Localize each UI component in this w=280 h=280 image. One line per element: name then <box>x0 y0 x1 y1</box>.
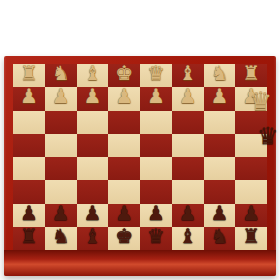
black-pawn[interactable]: ♟ <box>108 200 140 223</box>
white-pawn[interactable]: ♟ <box>140 83 172 106</box>
black-rook[interactable]: ♜ <box>13 223 45 246</box>
square-h4[interactable] <box>13 134 45 157</box>
black-queen[interactable]: ♛ <box>140 223 172 246</box>
black-bishop[interactable]: ♝ <box>77 223 109 246</box>
board-front-rail <box>4 250 276 276</box>
square-c3[interactable] <box>172 111 204 134</box>
square-b8[interactable]: ♞ <box>204 227 236 250</box>
square-e4[interactable] <box>108 134 140 157</box>
square-h5[interactable] <box>13 157 45 180</box>
square-d2[interactable]: ♟ <box>140 87 172 110</box>
square-a5[interactable] <box>235 157 267 180</box>
white-pawn[interactable]: ♟ <box>172 83 204 106</box>
square-h3[interactable] <box>13 111 45 134</box>
board-squares-grid: ♜♞♝♚♛♝♞♜♟♟♟♟♟♟♟♟♟♟♟♟♟♟♟♟♜♞♝♚♛♝♞♜ <box>13 64 267 250</box>
square-g8[interactable]: ♞ <box>45 227 77 250</box>
black-pawn[interactable]: ♟ <box>204 200 236 223</box>
black-pawn[interactable]: ♟ <box>13 200 45 223</box>
square-f4[interactable] <box>77 134 109 157</box>
square-d4[interactable] <box>140 134 172 157</box>
square-f2[interactable]: ♟ <box>77 87 109 110</box>
white-pawn[interactable]: ♟ <box>204 83 236 106</box>
square-b4[interactable] <box>204 134 236 157</box>
white-rook[interactable]: ♜ <box>13 60 45 83</box>
square-c5[interactable] <box>172 157 204 180</box>
white-bishop[interactable]: ♝ <box>77 60 109 83</box>
black-pawn[interactable]: ♟ <box>45 200 77 223</box>
square-b3[interactable] <box>204 111 236 134</box>
black-rook[interactable]: ♜ <box>235 223 267 246</box>
white-knight[interactable]: ♞ <box>45 60 77 83</box>
black-pawn[interactable]: ♟ <box>235 200 267 223</box>
square-f5[interactable] <box>77 157 109 180</box>
square-h8[interactable]: ♜ <box>13 227 45 250</box>
black-pawn[interactable]: ♟ <box>172 200 204 223</box>
square-c4[interactable] <box>172 134 204 157</box>
square-e3[interactable] <box>108 111 140 134</box>
chess-board: ♜♞♝♚♛♝♞♜♟♟♟♟♟♟♟♟♟♟♟♟♟♟♟♟♜♞♝♚♛♝♞♜ <box>4 56 276 276</box>
white-extra-queen[interactable]: ♛ <box>249 86 272 116</box>
square-d5[interactable] <box>140 157 172 180</box>
white-pawn[interactable]: ♟ <box>13 83 45 106</box>
square-h2[interactable]: ♟ <box>13 87 45 110</box>
square-c8[interactable]: ♝ <box>172 227 204 250</box>
black-extra-queen[interactable]: ♛ <box>257 122 279 150</box>
black-king[interactable]: ♚ <box>108 223 140 246</box>
white-queen[interactable]: ♛ <box>140 60 172 83</box>
square-f8[interactable]: ♝ <box>77 227 109 250</box>
square-a8[interactable]: ♜ <box>235 227 267 250</box>
white-pawn[interactable]: ♟ <box>77 83 109 106</box>
black-knight[interactable]: ♞ <box>204 223 236 246</box>
square-b2[interactable]: ♟ <box>204 87 236 110</box>
white-pawn[interactable]: ♟ <box>45 83 77 106</box>
square-e8[interactable]: ♚ <box>108 227 140 250</box>
square-b5[interactable] <box>204 157 236 180</box>
black-pawn[interactable]: ♟ <box>77 200 109 223</box>
white-rook[interactable]: ♜ <box>235 60 267 83</box>
square-e5[interactable] <box>108 157 140 180</box>
black-pawn[interactable]: ♟ <box>140 200 172 223</box>
square-g5[interactable] <box>45 157 77 180</box>
square-d3[interactable] <box>140 111 172 134</box>
square-d8[interactable]: ♛ <box>140 227 172 250</box>
white-bishop[interactable]: ♝ <box>172 60 204 83</box>
white-knight[interactable]: ♞ <box>204 60 236 83</box>
white-pawn[interactable]: ♟ <box>108 83 140 106</box>
square-g2[interactable]: ♟ <box>45 87 77 110</box>
black-knight[interactable]: ♞ <box>45 223 77 246</box>
square-f3[interactable] <box>77 111 109 134</box>
square-g3[interactable] <box>45 111 77 134</box>
square-c2[interactable]: ♟ <box>172 87 204 110</box>
square-e2[interactable]: ♟ <box>108 87 140 110</box>
black-bishop[interactable]: ♝ <box>172 223 204 246</box>
white-king[interactable]: ♚ <box>108 60 140 83</box>
product-photo-scene: ♜♞♝♚♛♝♞♜♟♟♟♟♟♟♟♟♟♟♟♟♟♟♟♟♜♞♝♚♛♝♞♜ ♛♛ <box>0 0 280 280</box>
square-g4[interactable] <box>45 134 77 157</box>
